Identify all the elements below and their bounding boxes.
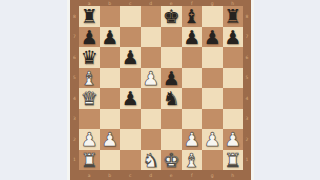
square-a8[interactable]: ♜ [79, 6, 100, 27]
board-bevel-right [251, 0, 254, 180]
piece-white-bishop-f1: ♝ [182, 150, 203, 171]
file-label-f: f [182, 173, 203, 178]
rank-label-7: 7 [71, 27, 79, 48]
file-label-a: a [79, 173, 100, 178]
piece-white-knight-d1: ♞ [141, 150, 162, 171]
square-c5[interactable] [120, 68, 141, 89]
file-label-c: c [120, 173, 141, 178]
square-a7[interactable]: ♟ [79, 27, 100, 48]
piece-white-pawn-g2: ♟ [202, 129, 223, 150]
rank-label-1: 1 [243, 150, 251, 171]
piece-black-pawn-b7: ♟ [100, 27, 121, 48]
square-c6[interactable]: ♟ [120, 47, 141, 68]
square-c1[interactable] [120, 150, 141, 171]
square-g8[interactable] [202, 6, 223, 27]
square-b7[interactable]: ♟ [100, 27, 121, 48]
square-g1[interactable] [202, 150, 223, 171]
square-f8[interactable]: ♝ [182, 6, 203, 27]
piece-white-queen-a4: ♛ [79, 88, 100, 109]
square-b1[interactable] [100, 150, 121, 171]
file-label-e: e [161, 173, 182, 178]
piece-black-pawn-e5: ♟ [161, 68, 182, 89]
square-e8[interactable]: ♚ [161, 6, 182, 27]
square-e3[interactable] [161, 109, 182, 130]
square-b8[interactable] [100, 6, 121, 27]
rank-label-2: 2 [243, 129, 251, 150]
square-f5[interactable] [182, 68, 203, 89]
piece-black-rook-a8: ♜ [79, 6, 100, 27]
piece-white-rook-h1: ♜ [223, 150, 244, 171]
square-d4[interactable] [141, 88, 162, 109]
square-g5[interactable] [202, 68, 223, 89]
square-b3[interactable] [100, 109, 121, 130]
square-a6[interactable]: ♛ [79, 47, 100, 68]
square-e5[interactable]: ♟ [161, 68, 182, 89]
rank-label-5: 5 [71, 68, 79, 89]
piece-black-pawn-f7: ♟ [182, 27, 203, 48]
rank-label-7: 7 [243, 27, 251, 48]
rank-label-3: 3 [243, 109, 251, 130]
rank-label-6: 6 [243, 47, 251, 68]
square-g6[interactable] [202, 47, 223, 68]
chess-board: ♜♚♝♜♟♟♟♟♟♛♟♝♟♟♛♟♞♟♟♟♟♟♜♞♚♝♜ [79, 6, 243, 170]
square-b4[interactable] [100, 88, 121, 109]
square-a3[interactable] [79, 109, 100, 130]
piece-black-bishop-f8: ♝ [182, 6, 203, 27]
piece-white-pawn-d5: ♟ [141, 68, 162, 89]
piece-black-pawn-h7: ♟ [223, 27, 244, 48]
file-label-h: h [223, 173, 244, 178]
square-f6[interactable] [182, 47, 203, 68]
square-c4[interactable]: ♟ [120, 88, 141, 109]
rank-label-8: 8 [243, 6, 251, 27]
rank-label-6: 6 [71, 47, 79, 68]
file-label-c: c [120, 1, 141, 6]
square-f7[interactable]: ♟ [182, 27, 203, 48]
square-d5[interactable]: ♟ [141, 68, 162, 89]
file-label-d: d [141, 1, 162, 6]
square-f4[interactable] [182, 88, 203, 109]
square-a2[interactable]: ♟ [79, 129, 100, 150]
square-e6[interactable] [161, 47, 182, 68]
piece-black-queen-a6: ♛ [79, 47, 100, 68]
rank-label-4: 4 [243, 88, 251, 109]
piece-white-pawn-h2: ♟ [223, 129, 244, 150]
square-d2[interactable] [141, 129, 162, 150]
square-c2[interactable] [120, 129, 141, 150]
file-label-b: b [100, 173, 121, 178]
square-h4[interactable] [223, 88, 244, 109]
square-e7[interactable] [161, 27, 182, 48]
rank-label-1: 1 [71, 150, 79, 171]
rank-label-5: 5 [243, 68, 251, 89]
square-c8[interactable] [120, 6, 141, 27]
chess-board-frame: ♜♚♝♜♟♟♟♟♟♛♟♝♟♟♛♟♞♟♟♟♟♟♜♞♚♝♜ abcdefgh abc… [70, 0, 251, 180]
square-g3[interactable] [202, 109, 223, 130]
square-h6[interactable] [223, 47, 244, 68]
piece-white-pawn-f2: ♟ [182, 129, 203, 150]
square-d8[interactable] [141, 6, 162, 27]
piece-white-bishop-a5: ♝ [79, 68, 100, 89]
square-h2[interactable]: ♟ [223, 129, 244, 150]
square-e2[interactable] [161, 129, 182, 150]
rank-label-2: 2 [71, 129, 79, 150]
square-f3[interactable] [182, 109, 203, 130]
rank-label-4: 4 [71, 88, 79, 109]
square-f1[interactable]: ♝ [182, 150, 203, 171]
square-b6[interactable] [100, 47, 121, 68]
square-a5[interactable]: ♝ [79, 68, 100, 89]
piece-black-knight-e4: ♞ [161, 88, 182, 109]
file-label-b: b [100, 1, 121, 6]
square-h1[interactable]: ♜ [223, 150, 244, 171]
file-label-g: g [202, 173, 223, 178]
square-h5[interactable] [223, 68, 244, 89]
page-background: ♜♚♝♜♟♟♟♟♟♛♟♝♟♟♛♟♞♟♟♟♟♟♜♞♚♝♜ abcdefgh abc… [0, 0, 320, 180]
square-c3[interactable] [120, 109, 141, 130]
piece-black-pawn-c4: ♟ [120, 88, 141, 109]
square-h3[interactable] [223, 109, 244, 130]
square-d3[interactable] [141, 109, 162, 130]
piece-black-pawn-c6: ♟ [120, 47, 141, 68]
file-label-d: d [141, 173, 162, 178]
square-b2[interactable]: ♟ [100, 129, 121, 150]
piece-white-rook-a1: ♜ [79, 150, 100, 171]
rank-label-8: 8 [71, 6, 79, 27]
square-d6[interactable] [141, 47, 162, 68]
square-c7[interactable] [120, 27, 141, 48]
square-a1[interactable]: ♜ [79, 150, 100, 171]
file-label-g: g [202, 1, 223, 6]
square-g7[interactable]: ♟ [202, 27, 223, 48]
square-h8[interactable]: ♜ [223, 6, 244, 27]
square-g2[interactable]: ♟ [202, 129, 223, 150]
piece-black-pawn-a7: ♟ [79, 27, 100, 48]
piece-white-king-e1: ♚ [161, 150, 182, 171]
square-d7[interactable] [141, 27, 162, 48]
piece-white-pawn-b2: ♟ [100, 129, 121, 150]
square-e4[interactable]: ♞ [161, 88, 182, 109]
square-h7[interactable]: ♟ [223, 27, 244, 48]
square-f2[interactable]: ♟ [182, 129, 203, 150]
piece-black-pawn-g7: ♟ [202, 27, 223, 48]
square-e1[interactable]: ♚ [161, 150, 182, 171]
square-a4[interactable]: ♛ [79, 88, 100, 109]
rank-label-3: 3 [71, 109, 79, 130]
square-d1[interactable]: ♞ [141, 150, 162, 171]
square-b5[interactable] [100, 68, 121, 89]
square-g4[interactable] [202, 88, 223, 109]
piece-black-rook-h8: ♜ [223, 6, 244, 27]
piece-white-pawn-a2: ♟ [79, 129, 100, 150]
piece-black-king-e8: ♚ [161, 6, 182, 27]
